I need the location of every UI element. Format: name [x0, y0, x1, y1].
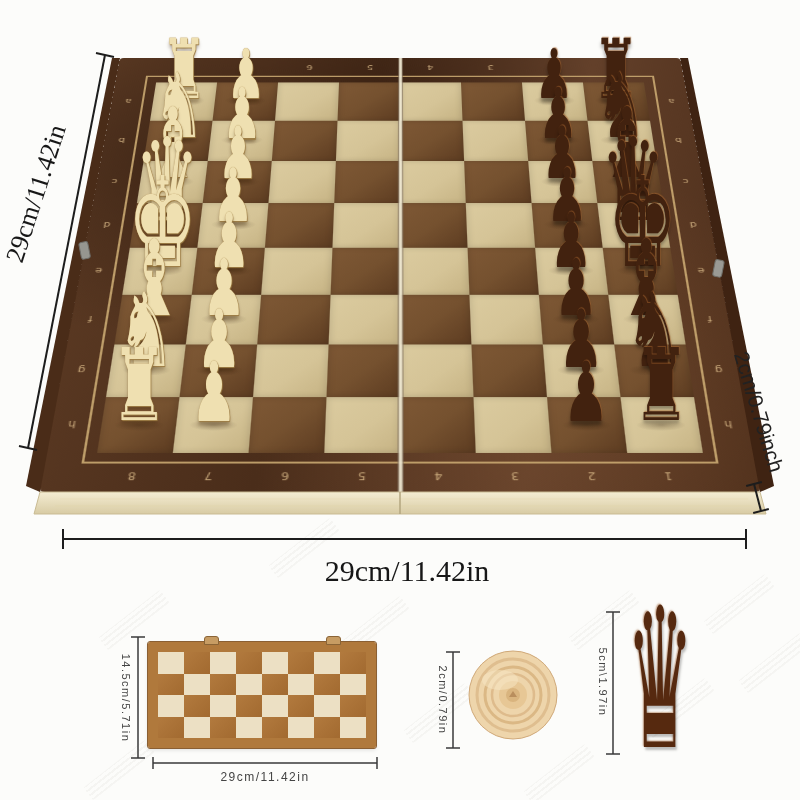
board-square — [400, 344, 474, 397]
board-square — [268, 161, 335, 203]
board-square — [535, 248, 608, 295]
folded-board-square — [210, 652, 236, 674]
folded-board-square — [288, 674, 314, 696]
coordinate-label: 8 — [92, 467, 171, 485]
coordinate-label: 1 — [629, 467, 708, 485]
board-square — [186, 295, 261, 345]
board-square — [525, 121, 592, 161]
folded-board-height-label: 14.5cm/5.71in — [120, 654, 132, 743]
board-square — [400, 161, 466, 203]
board-square — [275, 82, 339, 120]
folded-board-square — [236, 674, 262, 696]
board-square — [208, 121, 275, 161]
folded-board-square — [210, 674, 236, 696]
board-square — [197, 203, 268, 248]
coordinate-label: 2 — [553, 467, 631, 485]
board-square — [603, 248, 678, 295]
hinge-icon — [204, 636, 219, 645]
folded-board-square — [210, 717, 236, 739]
board-square — [173, 397, 253, 453]
folded-board-square — [158, 695, 184, 717]
product-photo-stage: 87654321 87654321 abcdefgh abcdefgh ♜♟♟♜… — [0, 0, 800, 800]
board-square — [249, 397, 327, 453]
board-square — [543, 344, 621, 397]
board-fold-seam — [397, 58, 403, 492]
folded-board-square — [288, 652, 314, 674]
folded-board-square — [288, 695, 314, 717]
hinge-icon — [326, 636, 341, 645]
board-square — [122, 248, 197, 295]
board-square — [468, 248, 539, 295]
board-square — [130, 203, 203, 248]
board-square — [592, 161, 663, 203]
folded-board-thumbnail — [148, 642, 376, 748]
board-square — [334, 161, 400, 203]
coordinate-label: 7 — [169, 467, 247, 485]
chess-board: 87654321 87654321 abcdefgh abcdefgh — [39, 58, 760, 492]
board-square — [597, 203, 670, 248]
checker-piece-thumbnail — [469, 651, 557, 739]
folded-board-square — [184, 674, 210, 696]
folded-board-square — [158, 652, 184, 674]
board-square — [462, 121, 528, 161]
board-square — [400, 295, 471, 345]
board-square — [338, 82, 400, 120]
board-square — [464, 161, 531, 203]
folded-board-square — [262, 717, 288, 739]
board-square — [329, 295, 400, 345]
board-square — [326, 344, 400, 397]
folded-board-square — [314, 717, 340, 739]
coordinate-label: 6 — [246, 467, 324, 485]
folded-board-square — [184, 652, 210, 674]
board-square — [332, 203, 400, 248]
board-square — [400, 248, 469, 295]
folded-board-square — [184, 717, 210, 739]
board-square — [336, 121, 400, 161]
board-square — [144, 121, 213, 161]
board-square — [114, 295, 191, 345]
board-square — [471, 344, 547, 397]
folded-board-square — [158, 674, 184, 696]
folded-board-square — [262, 652, 288, 674]
folded-board-square — [340, 652, 366, 674]
watermark — [268, 518, 339, 579]
board-square — [106, 344, 186, 397]
folded-board-square — [288, 717, 314, 739]
board-square — [587, 121, 656, 161]
folded-board-square — [184, 695, 210, 717]
board-square — [203, 161, 272, 203]
coordinate-label: 3 — [476, 467, 554, 485]
folded-board-square — [262, 695, 288, 717]
dimension-label-left: 29cm/11.42in — [0, 121, 72, 266]
folded-board-square — [314, 652, 340, 674]
board-square — [324, 397, 400, 453]
board-square — [272, 121, 338, 161]
board-square — [547, 397, 627, 453]
folded-board-square — [314, 674, 340, 696]
board-square — [532, 203, 603, 248]
board-square — [621, 397, 703, 453]
board-square — [469, 295, 542, 345]
coordinate-label: 2 — [520, 62, 581, 73]
folded-board-square — [236, 717, 262, 739]
coordinate-label: 6 — [279, 62, 340, 73]
folded-board-square — [340, 674, 366, 696]
board-square — [474, 397, 552, 453]
board-square — [257, 295, 330, 345]
board-square — [583, 82, 650, 120]
board-square — [253, 344, 329, 397]
watermark — [403, 683, 474, 744]
coordinate-label: 4 — [400, 467, 477, 485]
board-square — [461, 82, 525, 120]
watermark — [523, 744, 594, 800]
board-square — [400, 82, 462, 120]
board-square — [261, 248, 332, 295]
board-square — [137, 161, 208, 203]
folded-board-square — [210, 695, 236, 717]
coordinate-label: 1 — [581, 62, 643, 73]
board-square — [466, 203, 535, 248]
dimension-line-bottom — [63, 529, 746, 549]
folded-board-width-label: 29cm/11.42in — [220, 770, 309, 784]
folded-board-width-line — [153, 757, 377, 769]
board-square — [614, 344, 694, 397]
coordinate-label: 4 — [400, 62, 461, 73]
folded-board-square — [158, 717, 184, 739]
watermark — [738, 633, 800, 694]
watermark — [83, 740, 154, 800]
board-square — [265, 203, 334, 248]
coordinate-label: 5 — [323, 467, 400, 485]
board-square — [331, 248, 400, 295]
folded-board-checker-grid — [158, 652, 366, 738]
board-square — [150, 82, 217, 120]
coordinate-label: 5 — [339, 62, 400, 73]
board-square — [179, 344, 257, 397]
board-square — [97, 397, 179, 453]
board-square — [400, 397, 476, 453]
board-square — [528, 161, 597, 203]
board-front-edge — [34, 492, 766, 514]
board-square — [213, 82, 279, 120]
folded-board-square — [340, 695, 366, 717]
coordinate-label: 7 — [218, 62, 279, 73]
board-square — [400, 203, 468, 248]
dimension-label-bottom: 29cm/11.42in — [325, 554, 490, 587]
board-square — [192, 248, 265, 295]
king-piece-thumbnail: ♛ — [594, 588, 726, 756]
board-square — [539, 295, 614, 345]
folded-board-square — [314, 695, 340, 717]
folded-board-square — [340, 717, 366, 739]
folded-board-square — [236, 695, 262, 717]
board-square — [522, 82, 588, 120]
king-glyph: ♛ — [626, 604, 693, 756]
board-square — [608, 295, 685, 345]
board-square — [400, 121, 464, 161]
folded-board-square — [236, 652, 262, 674]
folded-board-square — [262, 674, 288, 696]
coordinate-label: 8 — [158, 62, 220, 73]
coordinate-label: 3 — [460, 62, 521, 73]
